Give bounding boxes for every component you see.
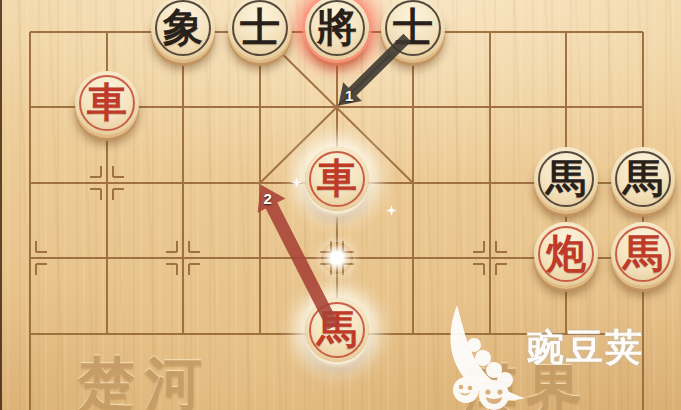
sparkle-icon — [291, 177, 302, 188]
piece-black-elephant[interactable]: 象 — [151, 0, 215, 60]
pea-pod-mascot-icon — [441, 301, 541, 410]
piece-black-general[interactable]: 將 — [305, 0, 369, 60]
screen-edge-shadow — [0, 0, 2, 410]
piece-glyph: 馬 — [546, 158, 586, 198]
piece-glyph: 馬 — [317, 309, 357, 349]
move-number-label: 2 — [264, 191, 272, 206]
piece-black-horse[interactable]: 馬 — [534, 147, 598, 211]
river-text-han-jie: 漢界 — [462, 354, 590, 410]
piece-red-horse[interactable]: 馬 — [611, 222, 675, 286]
piece-black-advisor[interactable]: 士 — [228, 0, 292, 60]
piece-glyph: 炮 — [546, 233, 586, 273]
sparkle-icon — [386, 205, 397, 216]
watermark-brand-text: 豌豆荚 — [527, 329, 644, 366]
river-text-chu-he: 楚河 — [78, 346, 212, 410]
piece-glyph: 象 — [163, 7, 203, 47]
piece-red-chariot[interactable]: 車 — [305, 147, 369, 211]
move-target-dot — [321, 242, 353, 274]
piece-glyph: 車 — [87, 82, 127, 122]
piece-glyph: 馬 — [623, 158, 663, 198]
xiangqi-board[interactable]: 楚河 漢界 象士將士車車馬馬炮馬馬 12 — [0, 0, 681, 410]
piece-black-advisor[interactable]: 士 — [381, 0, 445, 60]
piece-glyph: 車 — [317, 158, 357, 198]
piece-glyph: 將 — [317, 7, 357, 47]
piece-glyph: 士 — [393, 7, 433, 47]
piece-glyph: 馬 — [623, 233, 663, 273]
piece-glyph: 士 — [240, 7, 280, 47]
move-number-label: 1 — [345, 88, 353, 103]
piece-red-cannon[interactable]: 炮 — [534, 222, 598, 286]
piece-red-chariot[interactable]: 車 — [75, 71, 139, 135]
piece-black-horse[interactable]: 馬 — [611, 147, 675, 211]
piece-red-horse[interactable]: 馬 — [305, 298, 369, 362]
